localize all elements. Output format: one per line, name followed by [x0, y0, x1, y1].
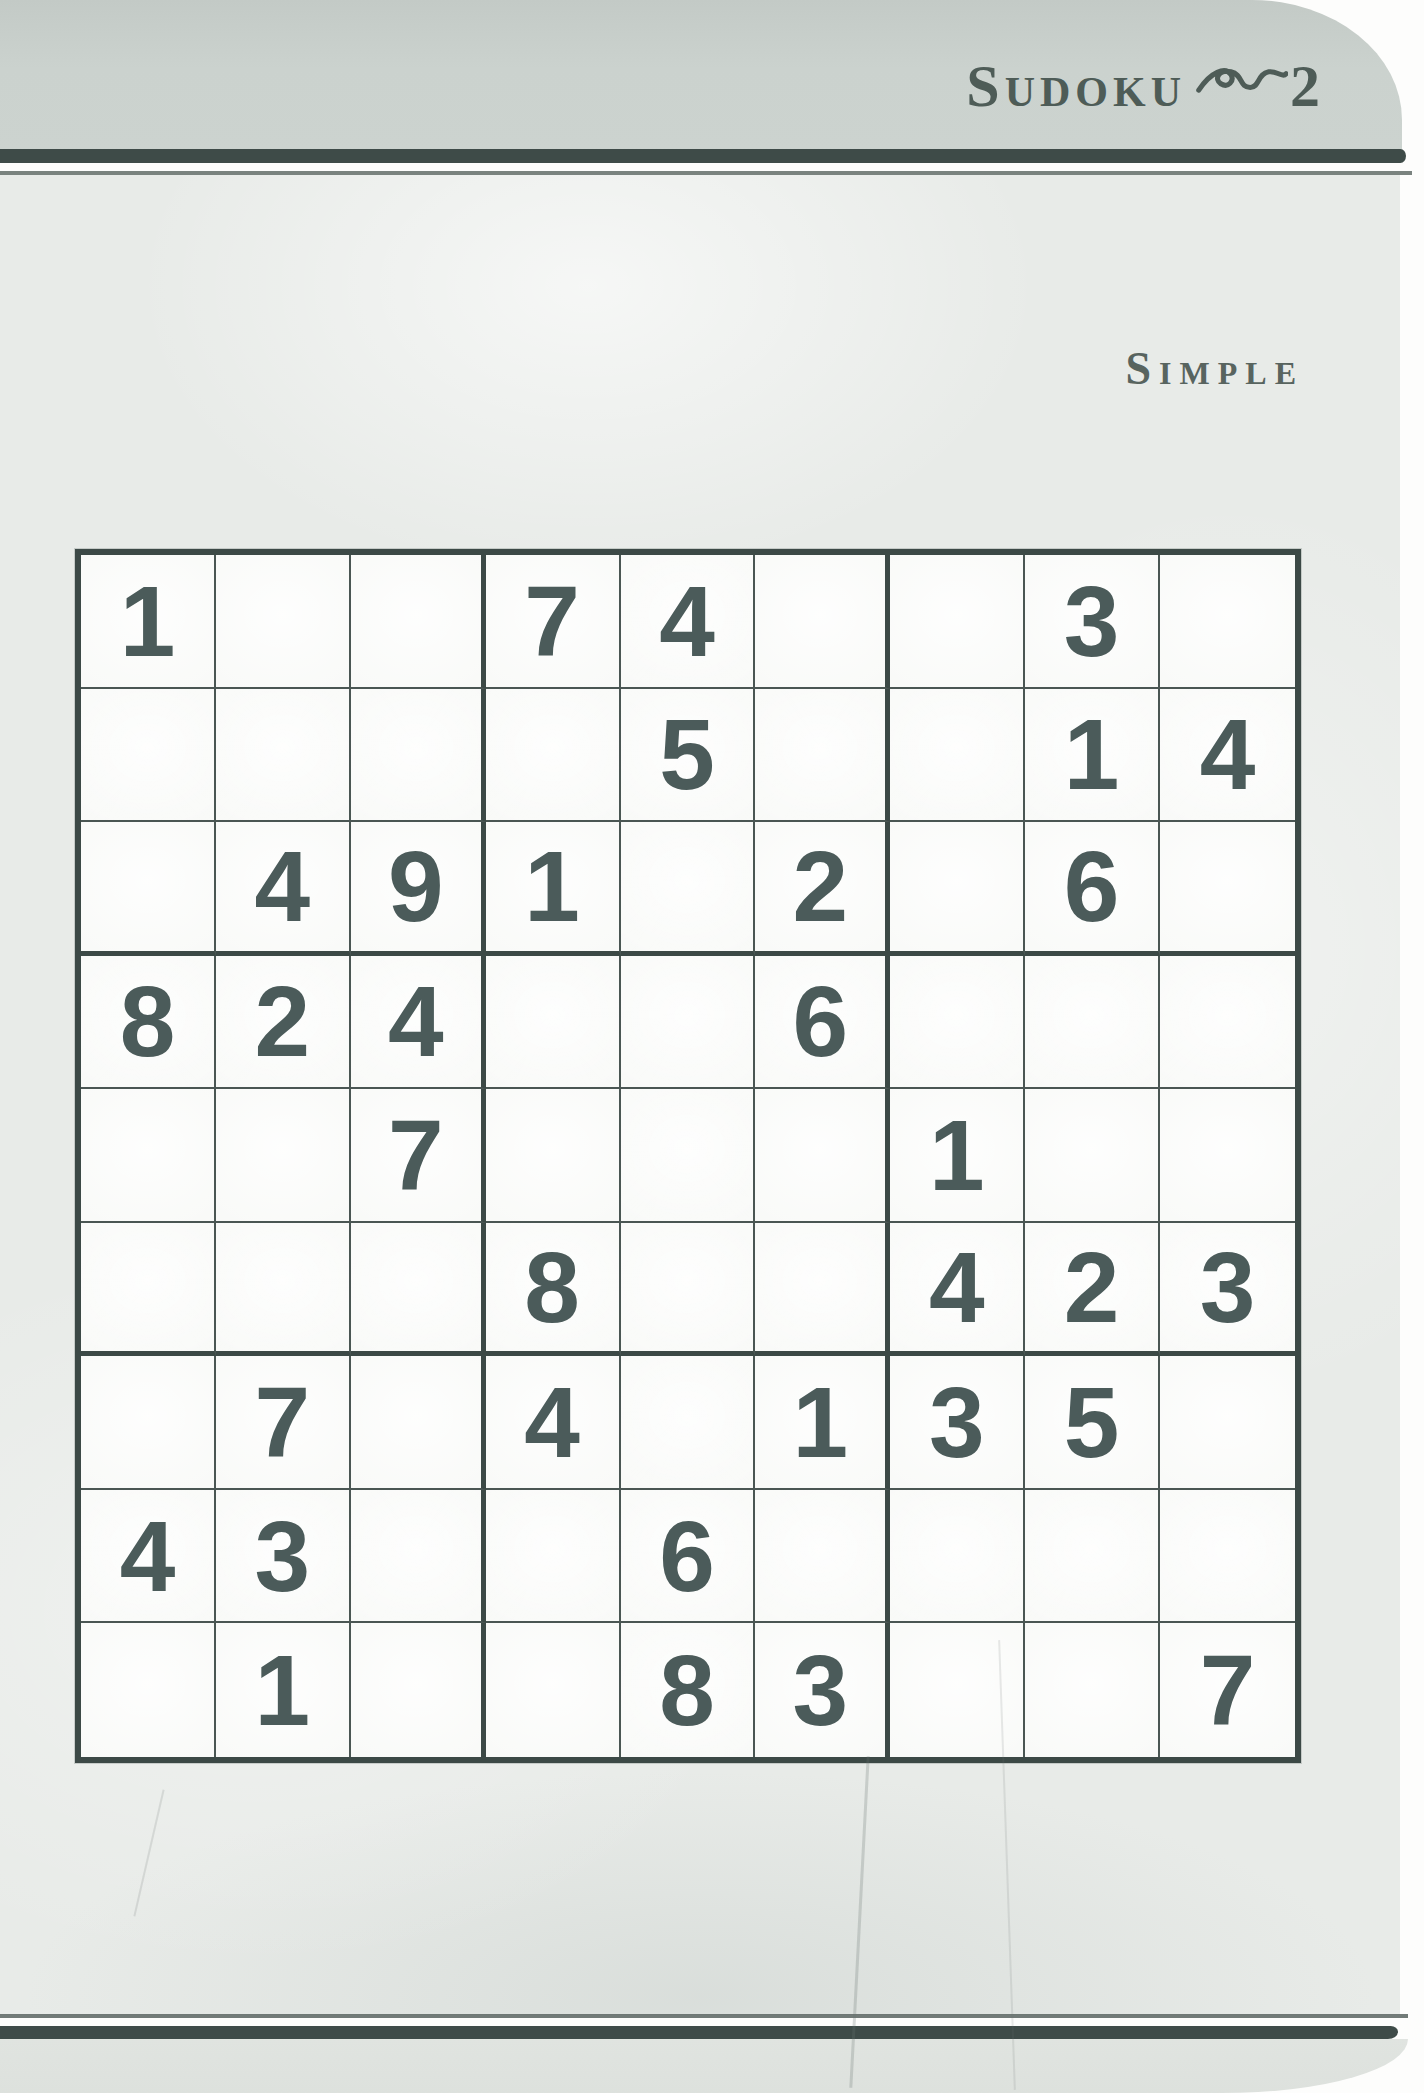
- grid-cell-r3c9[interactable]: [1160, 822, 1295, 956]
- grid-cell-r5c3[interactable]: 7: [351, 1089, 486, 1223]
- grid-cell-r8c4[interactable]: [486, 1490, 621, 1624]
- grid-cell-r2c5[interactable]: 5: [621, 689, 756, 823]
- given-digit: 1: [524, 836, 580, 936]
- grid-cell-r7c4[interactable]: 4: [486, 1356, 621, 1490]
- grid-cell-r8c9[interactable]: [1160, 1490, 1295, 1624]
- grid-cell-r9c2[interactable]: 1: [216, 1623, 351, 1757]
- grid-cell-r2c2[interactable]: [216, 689, 351, 823]
- given-digit: 7: [388, 1105, 444, 1205]
- given-digit: 6: [793, 971, 849, 1071]
- grid-cell-r1c9[interactable]: [1160, 555, 1295, 689]
- page-header-title: Sudoku 2: [966, 52, 1320, 121]
- given-digit: 7: [524, 571, 580, 671]
- given-digit: 2: [1064, 1237, 1120, 1337]
- grid-cell-r9c1[interactable]: [81, 1623, 216, 1757]
- grid-cell-r9c4[interactable]: [486, 1623, 621, 1757]
- scanned-book-page: Sudoku 2 Simple 174351449126824671842374…: [0, 0, 1424, 2093]
- grid-cell-r1c6[interactable]: [755, 555, 890, 689]
- grid-cell-r1c4[interactable]: 7: [486, 555, 621, 689]
- grid-cell-r4c8[interactable]: [1025, 956, 1160, 1090]
- grid-cell-r2c9[interactable]: 4: [1160, 689, 1295, 823]
- given-digit: 7: [1200, 1640, 1256, 1740]
- grid-cell-r5c2[interactable]: [216, 1089, 351, 1223]
- given-digit: 1: [793, 1372, 849, 1472]
- grid-cell-r6c5[interactable]: [621, 1223, 756, 1357]
- grid-cell-r2c3[interactable]: [351, 689, 486, 823]
- title-word: Sudoku: [966, 53, 1186, 119]
- grid-cell-r7c7[interactable]: 3: [890, 1356, 1025, 1490]
- grid-cell-r9c6[interactable]: 3: [755, 1623, 890, 1757]
- given-digit: 2: [255, 971, 311, 1071]
- grid-cell-r3c3[interactable]: 9: [351, 822, 486, 956]
- given-digit: 4: [659, 571, 715, 671]
- grid-cell-r2c1[interactable]: [81, 689, 216, 823]
- grid-cell-r4c4[interactable]: [486, 956, 621, 1090]
- grid-cell-r8c3[interactable]: [351, 1490, 486, 1624]
- given-digit: 7: [255, 1372, 311, 1472]
- given-digit: 1: [1064, 704, 1120, 804]
- grid-cell-r6c3[interactable]: [351, 1223, 486, 1357]
- grid-cell-r4c5[interactable]: [621, 956, 756, 1090]
- grid-cell-r1c7[interactable]: [890, 555, 1025, 689]
- grid-cell-r3c8[interactable]: 6: [1025, 822, 1160, 956]
- grid-cell-r5c7[interactable]: 1: [890, 1089, 1025, 1223]
- grid-cell-r5c6[interactable]: [755, 1089, 890, 1223]
- grid-cell-r4c7[interactable]: [890, 956, 1025, 1090]
- given-digit: 3: [793, 1640, 849, 1740]
- grid-cell-r1c8[interactable]: 3: [1025, 555, 1160, 689]
- grid-cell-r9c8[interactable]: [1025, 1623, 1160, 1757]
- grid-cell-r6c8[interactable]: 2: [1025, 1223, 1160, 1357]
- given-digit: 3: [1200, 1237, 1256, 1337]
- grid-cell-r1c5[interactable]: 4: [621, 555, 756, 689]
- swash-flourish-icon: [1196, 62, 1288, 100]
- difficulty-label: Simple: [1126, 342, 1304, 395]
- grid-cell-r4c6[interactable]: 6: [755, 956, 890, 1090]
- grid-cell-r2c7[interactable]: [890, 689, 1025, 823]
- given-digit: 1: [255, 1640, 311, 1740]
- given-digit: 1: [120, 571, 176, 671]
- grid-cell-r7c9[interactable]: [1160, 1356, 1295, 1490]
- given-digit: 4: [524, 1372, 580, 1472]
- sudoku-grid: 1743514491268246718423741354361837: [75, 549, 1301, 1763]
- given-digit: 8: [659, 1640, 715, 1740]
- given-digit: 4: [120, 1506, 176, 1606]
- grid-cell-r5c8[interactable]: [1025, 1089, 1160, 1223]
- grid-cell-r6c1[interactable]: [81, 1223, 216, 1357]
- grid-cell-r8c1[interactable]: 4: [81, 1490, 216, 1624]
- given-digit: 9: [388, 836, 444, 936]
- given-digit: 6: [659, 1506, 715, 1606]
- given-digit: 1: [929, 1105, 985, 1205]
- grid-cell-r8c5[interactable]: 6: [621, 1490, 756, 1624]
- grid-cell-r9c9[interactable]: 7: [1160, 1623, 1295, 1757]
- grid-cell-r5c1[interactable]: [81, 1089, 216, 1223]
- grid-cell-r6c2[interactable]: [216, 1223, 351, 1357]
- grid-cell-r9c3[interactable]: [351, 1623, 486, 1757]
- given-digit: 3: [255, 1506, 311, 1606]
- grid-cell-r7c5[interactable]: [621, 1356, 756, 1490]
- given-digit: 4: [1200, 704, 1256, 804]
- given-digit: 8: [120, 971, 176, 1071]
- given-digit: 8: [524, 1237, 580, 1337]
- given-digit: 4: [388, 971, 444, 1071]
- grid-cell-r9c5[interactable]: 8: [621, 1623, 756, 1757]
- grid-cell-r6c9[interactable]: 3: [1160, 1223, 1295, 1357]
- grid-cell-r7c6[interactable]: 1: [755, 1356, 890, 1490]
- grid-cell-r7c2[interactable]: 7: [216, 1356, 351, 1490]
- given-digit: 4: [255, 836, 311, 936]
- grid-cell-r4c3[interactable]: 4: [351, 956, 486, 1090]
- grid-cell-r1c1[interactable]: 1: [81, 555, 216, 689]
- bottom-thin-rule: [0, 2014, 1408, 2018]
- grid-cell-r6c6[interactable]: [755, 1223, 890, 1357]
- given-digit: 5: [659, 704, 715, 804]
- given-digit: 6: [1064, 836, 1120, 936]
- grid-cell-r5c9[interactable]: [1160, 1089, 1295, 1223]
- grid-cell-r1c3[interactable]: [351, 555, 486, 689]
- grid-cell-r8c2[interactable]: 3: [216, 1490, 351, 1624]
- bottom-thick-rule: [0, 2026, 1398, 2039]
- grid-cell-r3c1[interactable]: [81, 822, 216, 956]
- grid-cell-r2c8[interactable]: 1: [1025, 689, 1160, 823]
- grid-cell-r3c5[interactable]: [621, 822, 756, 956]
- grid-cell-r7c8[interactable]: 5: [1025, 1356, 1160, 1490]
- grid-cell-r6c7[interactable]: 4: [890, 1223, 1025, 1357]
- grid-cell-r6c4[interactable]: 8: [486, 1223, 621, 1357]
- grid-cell-r4c2[interactable]: 2: [216, 956, 351, 1090]
- bottom-footer-band: [0, 2039, 1408, 2093]
- grid-cell-r9c7[interactable]: [890, 1623, 1025, 1757]
- grid-cell-r3c2[interactable]: 4: [216, 822, 351, 956]
- grid-cell-r7c1[interactable]: [81, 1356, 216, 1490]
- given-digit: 5: [1064, 1372, 1120, 1472]
- grid-cell-r7c3[interactable]: [351, 1356, 486, 1490]
- grid-cell-r2c4[interactable]: [486, 689, 621, 823]
- grid-cell-r5c5[interactable]: [621, 1089, 756, 1223]
- grid-cell-r5c4[interactable]: [486, 1089, 621, 1223]
- title-number: 2: [1290, 53, 1320, 119]
- given-digit: 3: [929, 1372, 985, 1472]
- grid-cell-r1c2[interactable]: [216, 555, 351, 689]
- grid-cell-r3c6[interactable]: 2: [755, 822, 890, 956]
- grid-cell-r3c4[interactable]: 1: [486, 822, 621, 956]
- grid-cell-r2c6[interactable]: [755, 689, 890, 823]
- grid-cell-r4c9[interactable]: [1160, 956, 1295, 1090]
- given-digit: 2: [793, 836, 849, 936]
- given-digit: 4: [929, 1237, 985, 1337]
- given-digit: 3: [1064, 571, 1120, 671]
- grid-cell-r4c1[interactable]: 8: [81, 956, 216, 1090]
- grid-cell-r3c7[interactable]: [890, 822, 1025, 956]
- grid-cell-r8c7[interactable]: [890, 1490, 1025, 1624]
- top-thick-rule: [0, 149, 1406, 163]
- grid-cell-r8c6[interactable]: [755, 1490, 890, 1624]
- grid-cell-r8c8[interactable]: [1025, 1490, 1160, 1624]
